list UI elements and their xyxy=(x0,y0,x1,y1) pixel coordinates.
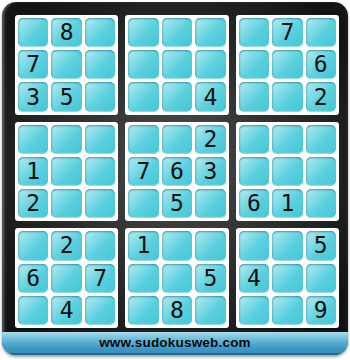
sudoku-box-1-1: 8735 xyxy=(15,15,118,115)
cell-r4c4[interactable] xyxy=(128,125,158,154)
cell-r2c8[interactable] xyxy=(272,50,302,79)
cell-r1c2[interactable]: 8 xyxy=(51,18,81,47)
cell-r9c9[interactable]: 9 xyxy=(306,296,336,325)
cell-r5c2[interactable] xyxy=(51,157,81,186)
cell-r9c2[interactable]: 4 xyxy=(51,296,81,325)
cell-r8c4[interactable] xyxy=(128,264,158,293)
cell-r5c8[interactable] xyxy=(272,157,302,186)
cell-r1c5[interactable] xyxy=(162,18,192,47)
cell-r4c1[interactable] xyxy=(18,125,48,154)
cell-r7c2[interactable]: 2 xyxy=(51,231,81,260)
cell-r6c4[interactable] xyxy=(128,189,158,218)
cell-r8c6[interactable]: 5 xyxy=(195,264,225,293)
cell-r1c8[interactable]: 7 xyxy=(272,18,302,47)
cell-r2c5[interactable] xyxy=(162,50,192,79)
sudoku-box-1-2: 4 xyxy=(125,15,228,115)
cell-r7c9[interactable]: 5 xyxy=(306,231,336,260)
cell-r9c7[interactable] xyxy=(239,296,269,325)
cell-r2c6[interactable] xyxy=(195,50,225,79)
cell-r5c1[interactable]: 1 xyxy=(18,157,48,186)
cell-r4c5[interactable] xyxy=(162,125,192,154)
cell-r1c7[interactable] xyxy=(239,18,269,47)
cell-r7c6[interactable] xyxy=(195,231,225,260)
cell-r5c4[interactable]: 7 xyxy=(128,157,158,186)
cell-r5c3[interactable] xyxy=(85,157,115,186)
sudoku-grid: 873547621227635612674158549 xyxy=(2,2,348,332)
cell-r9c1[interactable] xyxy=(18,296,48,325)
cell-r8c5[interactable] xyxy=(162,264,192,293)
cell-r5c7[interactable] xyxy=(239,157,269,186)
cell-r1c6[interactable] xyxy=(195,18,225,47)
cell-r7c5[interactable] xyxy=(162,231,192,260)
cell-r8c2[interactable] xyxy=(51,264,81,293)
footer-bar: www.sudokusweb.com xyxy=(2,332,348,355)
cell-r1c3[interactable] xyxy=(85,18,115,47)
cell-r6c1[interactable]: 2 xyxy=(18,189,48,218)
cell-r6c3[interactable] xyxy=(85,189,115,218)
cell-r7c1[interactable] xyxy=(18,231,48,260)
sudoku-box-3-2: 158 xyxy=(125,228,228,328)
cell-r6c5[interactable]: 5 xyxy=(162,189,192,218)
website-link[interactable]: www.sudokusweb.com xyxy=(99,335,251,350)
cell-r9c8[interactable] xyxy=(272,296,302,325)
sudoku-box-3-3: 549 xyxy=(236,228,339,328)
cell-r3c5[interactable] xyxy=(162,82,192,111)
cell-r4c9[interactable] xyxy=(306,125,336,154)
cell-r9c3[interactable] xyxy=(85,296,115,325)
sudoku-board-frame: 873547621227635612674158549 www.sudokusw… xyxy=(2,2,348,355)
cell-r4c6[interactable]: 2 xyxy=(195,125,225,154)
cell-r8c7[interactable]: 4 xyxy=(239,264,269,293)
cell-r3c3[interactable] xyxy=(85,82,115,111)
sudoku-box-2-2: 27635 xyxy=(125,122,228,222)
cell-r3c4[interactable] xyxy=(128,82,158,111)
cell-r6c8[interactable]: 1 xyxy=(272,189,302,218)
cell-r2c9[interactable]: 6 xyxy=(306,50,336,79)
cell-r6c9[interactable] xyxy=(306,189,336,218)
cell-r5c6[interactable]: 3 xyxy=(195,157,225,186)
cell-r7c7[interactable] xyxy=(239,231,269,260)
cell-r9c6[interactable] xyxy=(195,296,225,325)
cell-r3c9[interactable]: 2 xyxy=(306,82,336,111)
cell-r4c2[interactable] xyxy=(51,125,81,154)
cell-r5c9[interactable] xyxy=(306,157,336,186)
cell-r6c2[interactable] xyxy=(51,189,81,218)
cell-r2c1[interactable]: 7 xyxy=(18,50,48,79)
cell-r6c6[interactable] xyxy=(195,189,225,218)
cell-r1c9[interactable] xyxy=(306,18,336,47)
cell-r3c1[interactable]: 3 xyxy=(18,82,48,111)
sudoku-box-1-3: 762 xyxy=(236,15,339,115)
cell-r6c7[interactable]: 6 xyxy=(239,189,269,218)
cell-r7c4[interactable]: 1 xyxy=(128,231,158,260)
cell-r4c8[interactable] xyxy=(272,125,302,154)
cell-r2c4[interactable] xyxy=(128,50,158,79)
cell-r2c2[interactable] xyxy=(51,50,81,79)
cell-r4c7[interactable] xyxy=(239,125,269,154)
cell-r3c8[interactable] xyxy=(272,82,302,111)
sudoku-box-2-1: 12 xyxy=(15,122,118,222)
sudoku-box-3-1: 2674 xyxy=(15,228,118,328)
cell-r2c7[interactable] xyxy=(239,50,269,79)
cell-r5c5[interactable]: 6 xyxy=(162,157,192,186)
cell-r9c5[interactable]: 8 xyxy=(162,296,192,325)
cell-r8c1[interactable]: 6 xyxy=(18,264,48,293)
cell-r3c2[interactable]: 5 xyxy=(51,82,81,111)
cell-r8c8[interactable] xyxy=(272,264,302,293)
cell-r4c3[interactable] xyxy=(85,125,115,154)
cell-r8c9[interactable] xyxy=(306,264,336,293)
cell-r1c4[interactable] xyxy=(128,18,158,47)
sudoku-box-2-3: 61 xyxy=(236,122,339,222)
cell-r7c3[interactable] xyxy=(85,231,115,260)
cell-r9c4[interactable] xyxy=(128,296,158,325)
cell-r7c8[interactable] xyxy=(272,231,302,260)
cell-r3c6[interactable]: 4 xyxy=(195,82,225,111)
cell-r8c3[interactable]: 7 xyxy=(85,264,115,293)
cell-r3c7[interactable] xyxy=(239,82,269,111)
cell-r2c3[interactable] xyxy=(85,50,115,79)
cell-r1c1[interactable] xyxy=(18,18,48,47)
